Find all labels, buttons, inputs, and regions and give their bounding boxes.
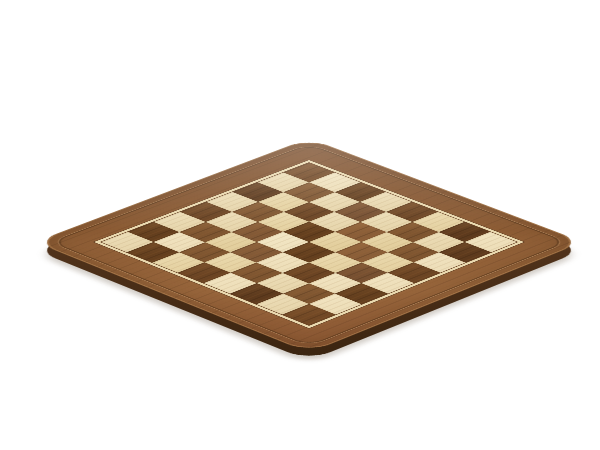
product-photo [0,0,600,450]
chessboard [35,138,584,353]
